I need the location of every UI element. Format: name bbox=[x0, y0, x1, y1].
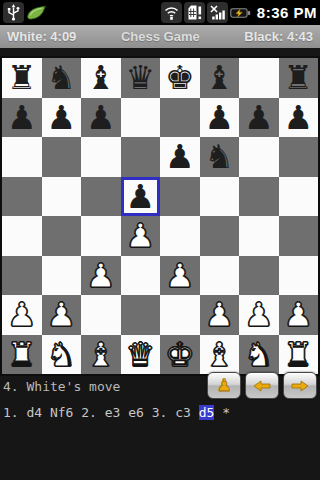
play-mode-button[interactable]: ♟ bbox=[207, 372, 241, 399]
white-bishop: ♝ bbox=[86, 338, 116, 371]
square-h3[interactable] bbox=[279, 256, 319, 296]
square-d2[interactable] bbox=[121, 295, 161, 335]
black-pawn: ♟ bbox=[244, 101, 274, 134]
selected-move[interactable]: d5 bbox=[199, 405, 215, 420]
square-g4[interactable] bbox=[239, 216, 279, 256]
square-b2[interactable]: ♟ bbox=[42, 295, 82, 335]
square-f1[interactable]: ♝ bbox=[200, 335, 240, 375]
bottom-panel: 4. White's move ♟ bbox=[0, 376, 320, 402]
black-clock: Black: 4:43 bbox=[244, 29, 313, 44]
square-f3[interactable] bbox=[200, 256, 240, 296]
square-g6[interactable] bbox=[239, 137, 279, 177]
white-queen: ♛ bbox=[125, 338, 155, 371]
square-c6[interactable] bbox=[81, 137, 121, 177]
white-pawn: ♟ bbox=[86, 259, 116, 292]
white-pawn: ♟ bbox=[244, 298, 274, 331]
white-pawn: ♟ bbox=[283, 298, 313, 331]
square-f8[interactable]: ♝ bbox=[200, 58, 240, 98]
square-b7[interactable]: ♟ bbox=[42, 98, 82, 138]
square-f2[interactable]: ♟ bbox=[200, 295, 240, 335]
square-e1[interactable]: ♚ bbox=[160, 335, 200, 375]
square-e4[interactable] bbox=[160, 216, 200, 256]
square-b8[interactable]: ♞ bbox=[42, 58, 82, 98]
board-frame: ♜♞♝♛♚♝♜♟♟♟♟♟♟♟♞♟♟♟♟♟♟♟♟♟♜♞♝♛♚♝♞♜ bbox=[0, 56, 320, 376]
move-list: 1. d4 Nf6 2. e3 e6 3. c3 d5 * bbox=[0, 405, 320, 420]
square-c7[interactable]: ♟ bbox=[81, 98, 121, 138]
square-g8[interactable] bbox=[239, 58, 279, 98]
square-e7[interactable] bbox=[160, 98, 200, 138]
black-pawn: ♟ bbox=[283, 101, 313, 134]
square-h5[interactable] bbox=[279, 177, 319, 217]
square-g1[interactable]: ♞ bbox=[239, 335, 279, 375]
square-h7[interactable]: ♟ bbox=[279, 98, 319, 138]
left-arrow-icon bbox=[253, 380, 271, 392]
square-a4[interactable] bbox=[2, 216, 42, 256]
square-a7[interactable]: ♟ bbox=[2, 98, 42, 138]
square-a5[interactable] bbox=[2, 177, 42, 217]
black-pawn: ♟ bbox=[7, 101, 37, 134]
square-c8[interactable]: ♝ bbox=[81, 58, 121, 98]
chess-app-screen: 8:36 PM White: 4:09 Chess Game Black: 4:… bbox=[0, 0, 320, 480]
square-a6[interactable] bbox=[2, 137, 42, 177]
square-d8[interactable]: ♛ bbox=[121, 58, 161, 98]
black-pawn: ♟ bbox=[125, 180, 155, 213]
square-f5[interactable] bbox=[200, 177, 240, 217]
black-bishop: ♝ bbox=[204, 61, 234, 94]
square-b6[interactable] bbox=[42, 137, 82, 177]
square-b4[interactable] bbox=[42, 216, 82, 256]
square-e8[interactable]: ♚ bbox=[160, 58, 200, 98]
square-g7[interactable]: ♟ bbox=[239, 98, 279, 138]
square-h8[interactable]: ♜ bbox=[279, 58, 319, 98]
black-rook: ♜ bbox=[7, 61, 37, 94]
square-b5[interactable] bbox=[42, 177, 82, 217]
android-status-bar: 8:36 PM bbox=[0, 0, 320, 25]
square-e5[interactable] bbox=[160, 177, 200, 217]
square-g2[interactable]: ♟ bbox=[239, 295, 279, 335]
black-pawn: ♟ bbox=[165, 140, 195, 173]
black-knight: ♞ bbox=[46, 61, 76, 94]
white-rook: ♜ bbox=[7, 338, 37, 371]
redo-move-button[interactable] bbox=[283, 372, 317, 399]
square-b3[interactable] bbox=[42, 256, 82, 296]
white-rook: ♜ bbox=[283, 338, 313, 371]
white-bishop: ♝ bbox=[204, 338, 234, 371]
square-b1[interactable]: ♞ bbox=[42, 335, 82, 375]
square-h4[interactable] bbox=[279, 216, 319, 256]
square-h6[interactable] bbox=[279, 137, 319, 177]
white-clock: White: 4:09 bbox=[7, 29, 76, 44]
app-title: Chess Game bbox=[121, 29, 200, 44]
square-f7[interactable]: ♟ bbox=[200, 98, 240, 138]
square-e6[interactable]: ♟ bbox=[160, 137, 200, 177]
right-arrow-icon bbox=[291, 380, 309, 392]
clock-time: 8:36 PM bbox=[257, 4, 317, 21]
black-rook: ♜ bbox=[283, 61, 313, 94]
white-knight: ♞ bbox=[46, 338, 76, 371]
move-list-result: * bbox=[214, 405, 230, 420]
square-e3[interactable]: ♟ bbox=[160, 256, 200, 296]
square-e2[interactable] bbox=[160, 295, 200, 335]
white-king: ♚ bbox=[165, 338, 195, 371]
square-c4[interactable] bbox=[81, 216, 121, 256]
black-pawn: ♟ bbox=[204, 101, 234, 134]
sim-warning-icon bbox=[184, 2, 205, 23]
square-c3[interactable]: ♟ bbox=[81, 256, 121, 296]
app-title-bar: White: 4:09 Chess Game Black: 4:43 bbox=[0, 25, 320, 48]
square-h2[interactable]: ♟ bbox=[279, 295, 319, 335]
move-list-text: 1. d4 Nf6 2. e3 e6 3. c3 bbox=[3, 405, 199, 420]
square-f4[interactable] bbox=[200, 216, 240, 256]
white-pawn: ♟ bbox=[204, 298, 234, 331]
chess-board: ♜♞♝♛♚♝♜♟♟♟♟♟♟♟♞♟♟♟♟♟♟♟♟♟♜♞♝♛♚♝♞♜ bbox=[2, 58, 318, 374]
white-pawn: ♟ bbox=[165, 259, 195, 292]
white-knight: ♞ bbox=[244, 338, 274, 371]
black-pawn: ♟ bbox=[46, 101, 76, 134]
nav-buttons: ♟ bbox=[207, 372, 317, 399]
square-c5[interactable] bbox=[81, 177, 121, 217]
white-pawn: ♟ bbox=[7, 298, 37, 331]
wifi-icon bbox=[161, 2, 182, 23]
square-a8[interactable]: ♜ bbox=[2, 58, 42, 98]
black-king: ♚ bbox=[165, 61, 195, 94]
square-d7[interactable] bbox=[121, 98, 161, 138]
undo-move-button[interactable] bbox=[245, 372, 279, 399]
square-d1[interactable]: ♛ bbox=[121, 335, 161, 375]
square-g5[interactable] bbox=[239, 177, 279, 217]
white-pawn: ♟ bbox=[46, 298, 76, 331]
usb-icon bbox=[3, 2, 24, 23]
pea-pod-icon bbox=[26, 2, 47, 23]
square-c2[interactable] bbox=[81, 295, 121, 335]
square-f6[interactable]: ♞ bbox=[200, 137, 240, 177]
square-d4[interactable]: ♟ bbox=[121, 216, 161, 256]
no-signal-icon bbox=[207, 2, 228, 23]
black-queen: ♛ bbox=[125, 61, 155, 94]
square-a3[interactable] bbox=[2, 256, 42, 296]
square-c1[interactable]: ♝ bbox=[81, 335, 121, 375]
move-status-text: 4. White's move bbox=[3, 377, 207, 394]
square-d6[interactable] bbox=[121, 137, 161, 177]
square-d5[interactable]: ♟ bbox=[121, 177, 161, 217]
square-g3[interactable] bbox=[239, 256, 279, 296]
square-a1[interactable]: ♜ bbox=[2, 335, 42, 375]
gold-pawn-icon: ♟ bbox=[216, 377, 231, 394]
square-d3[interactable] bbox=[121, 256, 161, 296]
white-pawn: ♟ bbox=[125, 219, 155, 252]
black-bishop: ♝ bbox=[86, 61, 116, 94]
black-knight: ♞ bbox=[204, 140, 234, 173]
battery-charging-icon bbox=[230, 2, 251, 23]
black-pawn: ♟ bbox=[86, 101, 116, 134]
square-h1[interactable]: ♜ bbox=[279, 335, 319, 375]
square-a2[interactable]: ♟ bbox=[2, 295, 42, 335]
